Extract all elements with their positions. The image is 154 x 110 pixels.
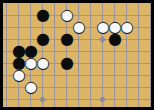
black-stone-glyph: ● (59, 55, 75, 71)
grid-line-vertical (6, 3, 7, 107)
grid-line-vertical (150, 3, 151, 107)
white-stone: ●○ (23, 79, 39, 95)
black-stone: ● (59, 55, 75, 71)
grid-line-vertical (54, 3, 55, 107)
star-point (39, 96, 46, 103)
star-point (99, 36, 106, 43)
white-stone-ring-glyph: ○ (119, 19, 135, 35)
star-point (99, 96, 106, 103)
white-stone: ●○ (71, 19, 87, 35)
board-frame: ●●●●●●●●●○●○●○●○●○●○●○●○●○ (0, 0, 154, 110)
grid-line-vertical (138, 3, 139, 107)
white-stone-ring-glyph: ○ (71, 19, 87, 35)
white-stone: ●○ (119, 19, 135, 35)
black-stone-glyph: ● (35, 7, 51, 23)
grid-line-vertical (90, 3, 91, 107)
black-stone: ● (35, 7, 51, 23)
grid-line-horizontal (3, 15, 150, 16)
go-board[interactable]: ●●●●●●●●●○●○●○●○●○●○●○●○●○ (3, 3, 150, 107)
white-stone-ring-glyph: ○ (35, 55, 51, 71)
white-stone: ●○ (35, 55, 51, 71)
grid-line-horizontal (3, 39, 150, 40)
white-stone-ring-glyph: ○ (23, 79, 39, 95)
grid-line-horizontal (3, 99, 150, 100)
